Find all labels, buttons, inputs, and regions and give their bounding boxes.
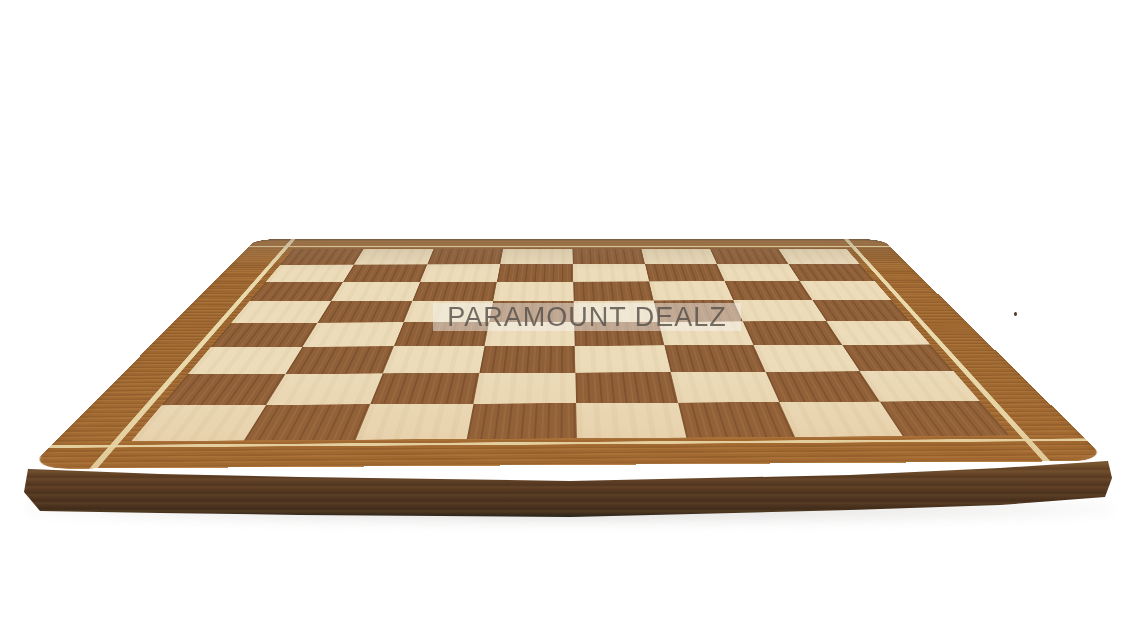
square-h4 xyxy=(826,321,930,345)
square-c7 xyxy=(420,264,500,281)
square-e1 xyxy=(576,403,686,439)
square-d7 xyxy=(497,264,573,281)
square-a7 xyxy=(266,265,354,282)
square-e7 xyxy=(573,264,649,281)
product-photo-stage: PARAMOUNT DEALZ xyxy=(0,0,1140,641)
square-d3 xyxy=(479,346,575,373)
dust-speck xyxy=(1014,312,1017,316)
square-g5 xyxy=(733,300,826,321)
square-a8 xyxy=(280,249,363,265)
square-c8 xyxy=(427,249,503,265)
square-e6 xyxy=(573,281,653,300)
square-f7 xyxy=(645,264,725,281)
square-d1 xyxy=(467,403,577,439)
square-b7 xyxy=(343,264,427,281)
square-b3 xyxy=(286,346,394,374)
square-d8 xyxy=(500,249,573,265)
square-f1 xyxy=(678,402,795,437)
square-a4 xyxy=(211,323,318,347)
square-h5 xyxy=(812,300,909,321)
square-f8 xyxy=(641,249,717,265)
square-a6 xyxy=(249,282,343,301)
square-h2 xyxy=(860,371,980,402)
square-d6 xyxy=(493,282,573,301)
square-a5 xyxy=(231,301,331,323)
watermark-text: PARAMOUNT DEALZ xyxy=(447,303,727,331)
square-b1 xyxy=(244,404,370,440)
square-f2 xyxy=(671,372,779,403)
square-c2 xyxy=(370,373,479,404)
square-f3 xyxy=(664,345,765,372)
square-b4 xyxy=(303,322,404,346)
square-e2 xyxy=(575,372,678,403)
square-f6 xyxy=(649,281,733,300)
square-c6 xyxy=(412,282,497,301)
square-g6 xyxy=(725,281,813,300)
square-g7 xyxy=(717,264,800,281)
square-c3 xyxy=(383,346,485,373)
square-h7 xyxy=(789,264,875,281)
inlay-line-far xyxy=(248,246,891,247)
square-a2 xyxy=(162,374,286,406)
square-g4 xyxy=(743,321,842,345)
chess-board xyxy=(28,239,1108,469)
square-e8 xyxy=(572,249,645,265)
square-h1 xyxy=(880,401,1010,436)
square-g8 xyxy=(710,249,789,265)
square-b2 xyxy=(266,373,383,404)
square-e3 xyxy=(575,345,671,372)
square-b5 xyxy=(318,301,413,323)
square-a3 xyxy=(188,347,303,375)
square-c1 xyxy=(356,404,474,440)
square-h3 xyxy=(842,344,953,371)
watermark-overlay: PARAMOUNT DEALZ xyxy=(433,303,741,331)
square-b8 xyxy=(354,249,434,265)
square-b6 xyxy=(331,282,420,301)
square-d2 xyxy=(474,373,577,404)
square-h6 xyxy=(800,281,891,300)
square-h8 xyxy=(778,249,860,265)
